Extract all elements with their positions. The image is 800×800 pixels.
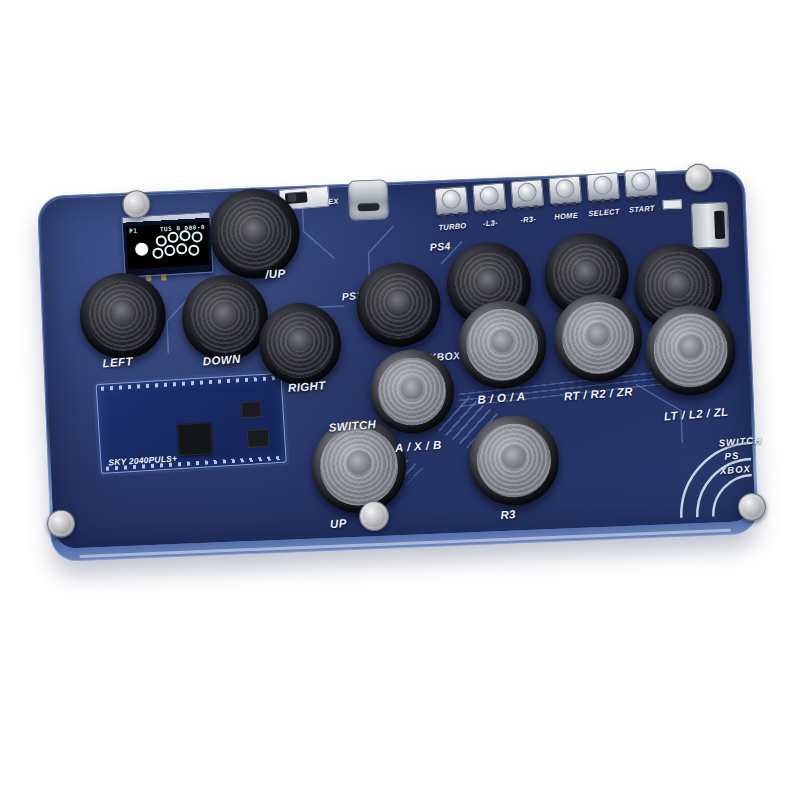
- attack-pushbutton-r1c1[interactable]: [355, 261, 442, 348]
- rt-pushbutton[interactable]: [552, 292, 643, 383]
- standoff-screw: [684, 163, 713, 192]
- standoff-screw: [358, 500, 389, 531]
- r3-label: R3: [500, 508, 516, 521]
- usb-port-right: [691, 202, 730, 249]
- oled-button-ring: [152, 247, 164, 259]
- top-plate: P1 TUS 0 000-0 UP EX: [40, 170, 756, 549]
- home-button[interactable]: [548, 175, 582, 204]
- oled-display: P1 TUS 0 000-0: [121, 212, 213, 278]
- legend-switch: SWITCH: [718, 434, 762, 448]
- oled-button-ring: [191, 231, 203, 243]
- standoff-screw: [47, 509, 76, 538]
- select-button[interactable]: [586, 172, 620, 201]
- select-label: SELECT: [588, 207, 620, 218]
- oled-joystick-dot: [135, 242, 149, 256]
- left-pushbutton[interactable]: [78, 271, 167, 360]
- lt-label: LT / L2 / ZL: [664, 406, 729, 423]
- r3-fn-label: -R3-: [520, 215, 536, 225]
- ps4-tag: PS4: [429, 239, 451, 253]
- l3-label: -L3-: [483, 218, 499, 228]
- l3-button[interactable]: [472, 183, 506, 212]
- castellated-pads: [101, 376, 277, 391]
- oled-button-ring: [155, 235, 167, 247]
- boa-label: B / O / A: [477, 390, 526, 406]
- oled-status-left: P1: [129, 227, 138, 234]
- oled-button-ring: [188, 244, 200, 256]
- r3-pushbutton[interactable]: [467, 414, 561, 508]
- start-button[interactable]: [624, 168, 658, 197]
- down-label: DOWN: [202, 353, 241, 368]
- oled-button-ring: [167, 232, 179, 244]
- start-label: START: [629, 204, 655, 215]
- legend-ps: PS: [724, 450, 739, 462]
- oled-button-ring: [164, 245, 176, 257]
- axb-label: A / X / B: [395, 439, 442, 454]
- up-pushbutton[interactable]: [310, 418, 408, 516]
- ic-chip: [241, 401, 262, 418]
- rp2040-module: SKY 2040PULS+: [96, 373, 287, 474]
- oled-button-ring: [179, 230, 191, 242]
- smd-component: [663, 199, 682, 209]
- r3-function-button[interactable]: [510, 179, 544, 208]
- home-label: HOME: [554, 211, 578, 222]
- oled-button-ring: [176, 243, 188, 255]
- ic-chip: [247, 429, 270, 448]
- product-photo-stage: P1 TUS 0 000-0 UP EX: [0, 0, 800, 800]
- boa-pushbutton[interactable]: [457, 299, 548, 390]
- legend-xbox: XBOX: [720, 463, 752, 476]
- standoff-screw: [737, 492, 766, 521]
- up-label: UP: [329, 517, 347, 530]
- mcu-chip: [177, 422, 213, 456]
- fightstick-controller: P1 TUS 0 000-0 UP EX: [37, 168, 759, 562]
- oled-screen: P1 TUS 0 000-0: [126, 222, 209, 270]
- up-extra-label: /UP: [265, 267, 286, 280]
- usb-c-port-top: [348, 179, 390, 221]
- slide-switch-right-label: EX: [328, 197, 339, 207]
- right-label: RIGHT: [288, 379, 327, 394]
- turbo-label: TURBO: [438, 221, 467, 232]
- left-label: LEFT: [102, 355, 133, 369]
- turbo-button[interactable]: [434, 186, 468, 215]
- down-pushbutton[interactable]: [180, 273, 269, 362]
